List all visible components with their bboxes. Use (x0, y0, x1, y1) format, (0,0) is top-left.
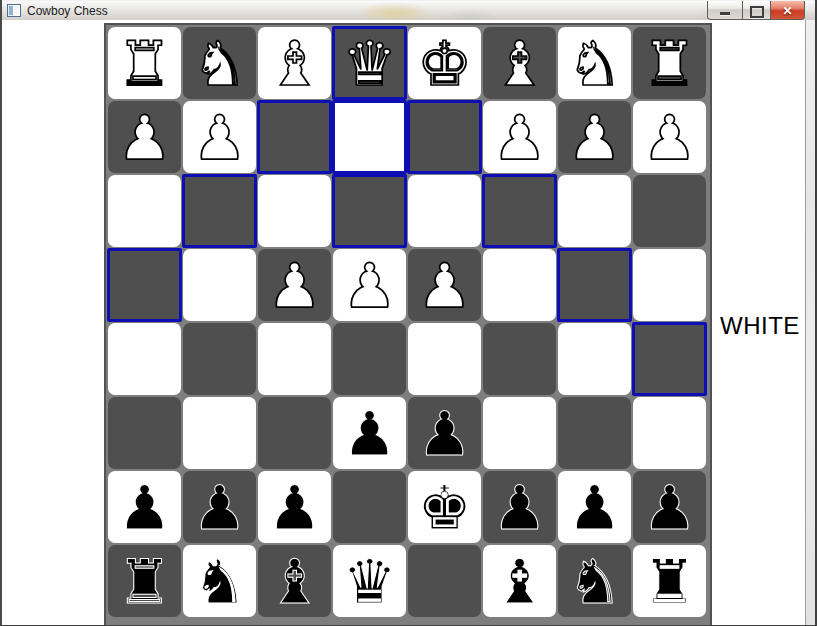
black-bishop[interactable]: ♝ (482, 544, 557, 618)
square-a6[interactable] (107, 396, 182, 470)
light-square (483, 397, 556, 469)
minimize-icon (720, 12, 730, 15)
dark-square-highlighted (107, 248, 182, 322)
square-g8[interactable]: ♞ (557, 544, 632, 618)
square-h6[interactable] (632, 396, 707, 470)
black-bishop[interactable]: ♝ (257, 544, 332, 618)
dark-square (408, 545, 481, 617)
black-knight[interactable]: ♞ (557, 544, 632, 618)
square-c8[interactable]: ♝ (257, 544, 332, 618)
light-square (633, 249, 706, 321)
square-d2[interactable] (332, 100, 407, 174)
square-c2[interactable] (257, 100, 332, 174)
square-d3[interactable] (332, 174, 407, 248)
white-pawn[interactable]: ♟ (482, 100, 557, 174)
white-bishop[interactable]: ♝ (257, 26, 332, 100)
square-d5[interactable] (332, 322, 407, 396)
dark-square-highlighted (632, 322, 707, 396)
square-f3[interactable] (482, 174, 557, 248)
white-rook[interactable]: ♜ (107, 26, 182, 100)
dark-square-highlighted (482, 174, 557, 248)
square-b8[interactable]: ♞ (182, 544, 257, 618)
window-right-glass-border (805, 20, 815, 625)
square-g1[interactable]: ♞ (557, 26, 632, 100)
dark-square-highlighted (407, 100, 482, 174)
square-d8[interactable]: ♛ (332, 544, 407, 618)
square-c4[interactable]: ♟ (257, 248, 332, 322)
square-f5[interactable] (482, 322, 557, 396)
light-square (258, 323, 331, 395)
white-pawn[interactable]: ♟ (407, 248, 482, 322)
window-controls: ✕ (707, 1, 805, 20)
dark-square (333, 471, 406, 543)
square-f4[interactable] (482, 248, 557, 322)
maximize-button[interactable] (742, 1, 771, 20)
light-square (408, 175, 481, 247)
square-e4[interactable]: ♟ (407, 248, 482, 322)
app-window: Cowboy Chess ✕ ♜♞♝♛♚♝♞♜♟♟♟♟♟♟♟♟♟♟♟♟♟♚♟♟♟… (0, 0, 817, 626)
white-knight[interactable]: ♞ (182, 26, 257, 100)
light-square (483, 249, 556, 321)
square-a1[interactable]: ♜ (107, 26, 182, 100)
minimize-button[interactable] (707, 1, 742, 20)
square-f6[interactable] (482, 396, 557, 470)
square-a8[interactable]: ♜ (107, 544, 182, 618)
square-b4[interactable] (182, 248, 257, 322)
square-h4[interactable] (632, 248, 707, 322)
light-square-highlighted (332, 100, 407, 174)
black-queen[interactable]: ♛ (332, 544, 407, 618)
square-b5[interactable] (182, 322, 257, 396)
black-rook[interactable]: ♜ (632, 544, 707, 618)
app-icon (7, 4, 21, 17)
light-square (108, 323, 181, 395)
window-left-border (0, 0, 2, 626)
dark-square (333, 323, 406, 395)
window-title: Cowboy Chess (27, 4, 108, 18)
light-square (408, 323, 481, 395)
white-pawn[interactable]: ♟ (257, 248, 332, 322)
dark-square (183, 323, 256, 395)
square-f7[interactable]: ♟ (482, 470, 557, 544)
white-pawn[interactable]: ♟ (632, 100, 707, 174)
chess-board: ♜♞♝♛♚♝♞♜♟♟♟♟♟♟♟♟♟♟♟♟♟♚♟♟♟♜♞♝♛♝♞♜ (104, 23, 712, 626)
square-f1[interactable]: ♝ (482, 26, 557, 100)
light-square (108, 175, 181, 247)
close-button[interactable]: ✕ (771, 1, 805, 20)
square-d4[interactable]: ♟ (332, 248, 407, 322)
square-e8[interactable] (407, 544, 482, 618)
maximize-icon (750, 6, 764, 18)
dark-square (108, 397, 181, 469)
square-b2[interactable]: ♟ (182, 100, 257, 174)
square-e7[interactable]: ♚ (407, 470, 482, 544)
square-e5[interactable] (407, 322, 482, 396)
dark-square (558, 397, 631, 469)
dark-square (258, 397, 331, 469)
square-d6[interactable]: ♟ (332, 396, 407, 470)
square-e3[interactable] (407, 174, 482, 248)
dark-square-highlighted (557, 248, 632, 322)
white-rook[interactable]: ♜ (632, 26, 707, 100)
square-b1[interactable]: ♞ (182, 26, 257, 100)
black-knight[interactable]: ♞ (182, 544, 257, 618)
black-pawn[interactable]: ♟ (557, 470, 632, 544)
square-d1[interactable]: ♛ (332, 26, 407, 100)
square-e6[interactable]: ♟ (407, 396, 482, 470)
light-square (183, 397, 256, 469)
light-square (258, 175, 331, 247)
dark-square (633, 175, 706, 247)
square-e2[interactable] (407, 100, 482, 174)
square-f8[interactable]: ♝ (482, 544, 557, 618)
black-king[interactable]: ♚ (407, 470, 482, 544)
white-knight[interactable]: ♞ (557, 26, 632, 100)
light-square (558, 175, 631, 247)
white-queen[interactable]: ♛ (332, 26, 407, 100)
square-e1[interactable]: ♚ (407, 26, 482, 100)
square-b7[interactable]: ♟ (182, 470, 257, 544)
white-king[interactable]: ♚ (407, 26, 482, 100)
square-h5[interactable] (632, 322, 707, 396)
square-g2[interactable]: ♟ (557, 100, 632, 174)
square-g3[interactable] (557, 174, 632, 248)
square-b6[interactable] (182, 396, 257, 470)
square-a7[interactable]: ♟ (107, 470, 182, 544)
square-g4[interactable] (557, 248, 632, 322)
white-pawn[interactable]: ♟ (107, 100, 182, 174)
dark-square-highlighted (257, 100, 332, 174)
black-pawn[interactable]: ♟ (482, 470, 557, 544)
dark-square-highlighted (332, 174, 407, 248)
turn-indicator: WHITE (720, 312, 812, 340)
white-pawn[interactable]: ♟ (332, 248, 407, 322)
black-pawn[interactable]: ♟ (632, 470, 707, 544)
square-a4[interactable] (107, 248, 182, 322)
black-pawn[interactable]: ♟ (407, 396, 482, 470)
titlebar[interactable]: Cowboy Chess ✕ (0, 0, 817, 21)
black-pawn[interactable]: ♟ (182, 470, 257, 544)
black-rook[interactable]: ♜ (107, 544, 182, 618)
square-a2[interactable]: ♟ (107, 100, 182, 174)
square-f2[interactable]: ♟ (482, 100, 557, 174)
black-pawn[interactable]: ♟ (107, 470, 182, 544)
square-h1[interactable]: ♜ (632, 26, 707, 100)
black-pawn[interactable]: ♟ (332, 396, 407, 470)
white-bishop[interactable]: ♝ (482, 26, 557, 100)
square-h8[interactable]: ♜ (632, 544, 707, 618)
black-pawn[interactable]: ♟ (257, 470, 332, 544)
square-g5[interactable] (557, 322, 632, 396)
square-c5[interactable] (257, 322, 332, 396)
square-a5[interactable] (107, 322, 182, 396)
square-c3[interactable] (257, 174, 332, 248)
square-d7[interactable] (332, 470, 407, 544)
square-c6[interactable] (257, 396, 332, 470)
square-c7[interactable]: ♟ (257, 470, 332, 544)
dark-square (483, 323, 556, 395)
square-h3[interactable] (632, 174, 707, 248)
light-square (558, 323, 631, 395)
white-pawn[interactable]: ♟ (182, 100, 257, 174)
light-square (633, 397, 706, 469)
dark-square-highlighted (182, 174, 257, 248)
close-icon: ✕ (782, 4, 792, 18)
square-h7[interactable]: ♟ (632, 470, 707, 544)
square-b3[interactable] (182, 174, 257, 248)
square-g7[interactable]: ♟ (557, 470, 632, 544)
light-square (183, 249, 256, 321)
square-c1[interactable]: ♝ (257, 26, 332, 100)
square-h2[interactable]: ♟ (632, 100, 707, 174)
square-a3[interactable] (107, 174, 182, 248)
white-pawn[interactable]: ♟ (557, 100, 632, 174)
square-g6[interactable] (557, 396, 632, 470)
